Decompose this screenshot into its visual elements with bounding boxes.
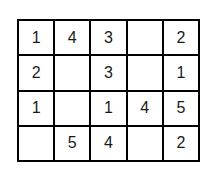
grid-cell-r3c5[interactable]: 5 (164, 92, 198, 125)
grid-cell-r3c4[interactable]: 4 (128, 92, 162, 125)
grid-cell-r1c5[interactable]: 2 (164, 21, 198, 54)
grid-cell-r3c1[interactable]: 1 (19, 92, 53, 125)
grid-cell-r4c5[interactable]: 2 (164, 127, 198, 160)
grid-cell-r3c3[interactable]: 1 (91, 92, 125, 125)
grid-cell-r2c2[interactable] (55, 56, 89, 89)
grid-cell-r2c4[interactable] (128, 56, 162, 89)
grid-cell-r2c5[interactable]: 1 (164, 56, 198, 89)
grid-cell-r1c1[interactable]: 1 (19, 21, 53, 54)
grid-cell-r3c2[interactable] (55, 92, 89, 125)
grid-cell-r4c3[interactable]: 4 (91, 127, 125, 160)
puzzle-grid: 14322311145542 (17, 19, 200, 162)
grid-cell-r1c3[interactable]: 3 (91, 21, 125, 54)
grid-cell-r1c2[interactable]: 4 (55, 21, 89, 54)
grid-cell-r4c4[interactable] (128, 127, 162, 160)
grid-cell-r4c2[interactable]: 5 (55, 127, 89, 160)
grid-cell-r1c4[interactable] (128, 21, 162, 54)
grid-cell-r4c1[interactable] (19, 127, 53, 160)
grid-cell-r2c3[interactable]: 3 (91, 56, 125, 89)
grid-cell-r2c1[interactable]: 2 (19, 56, 53, 89)
